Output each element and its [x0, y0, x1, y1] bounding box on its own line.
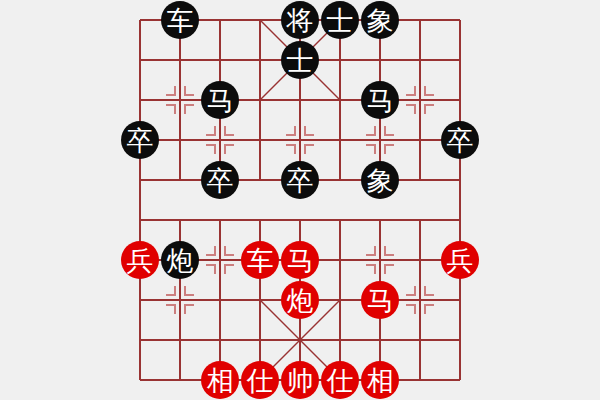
- piece-black-chariot[interactable]: 车: [161, 1, 199, 39]
- piece-black-advisor[interactable]: 士: [321, 1, 359, 39]
- piece-red-horse[interactable]: 马: [281, 241, 319, 279]
- piece-black-soldier[interactable]: 卒: [441, 121, 479, 159]
- piece-black-soldier[interactable]: 卒: [121, 121, 159, 159]
- xiangqi-screenshot: 车将士象士马马卒卒卒卒象兵炮车马兵炮马相仕帅仕相: [0, 0, 600, 400]
- piece-red-cannon[interactable]: 炮: [281, 281, 319, 319]
- piece-red-soldier[interactable]: 兵: [121, 241, 159, 279]
- piece-black-horse[interactable]: 马: [201, 81, 239, 119]
- piece-red-general[interactable]: 帅: [281, 361, 319, 399]
- piece-red-soldier[interactable]: 兵: [441, 241, 479, 279]
- piece-red-horse[interactable]: 马: [361, 281, 399, 319]
- piece-black-soldier[interactable]: 卒: [281, 161, 319, 199]
- piece-red-advisor[interactable]: 仕: [321, 361, 359, 399]
- piece-black-general[interactable]: 将: [281, 1, 319, 39]
- piece-black-soldier[interactable]: 卒: [201, 161, 239, 199]
- piece-black-horse[interactable]: 马: [361, 81, 399, 119]
- piece-black-elephant[interactable]: 象: [361, 1, 399, 39]
- piece-red-advisor[interactable]: 仕: [241, 361, 279, 399]
- piece-red-elephant[interactable]: 相: [361, 361, 399, 399]
- piece-red-elephant[interactable]: 相: [201, 361, 239, 399]
- piece-red-chariot[interactable]: 车: [241, 241, 279, 279]
- xiangqi-board[interactable]: 车将士象士马马卒卒卒卒象兵炮车马兵炮马相仕帅仕相: [0, 0, 600, 400]
- piece-black-cannon[interactable]: 炮: [161, 241, 199, 279]
- piece-black-advisor[interactable]: 士: [281, 41, 319, 79]
- pieces-layer: 车将士象士马马卒卒卒卒象兵炮车马兵炮马相仕帅仕相: [120, 0, 480, 400]
- piece-black-elephant[interactable]: 象: [361, 161, 399, 199]
